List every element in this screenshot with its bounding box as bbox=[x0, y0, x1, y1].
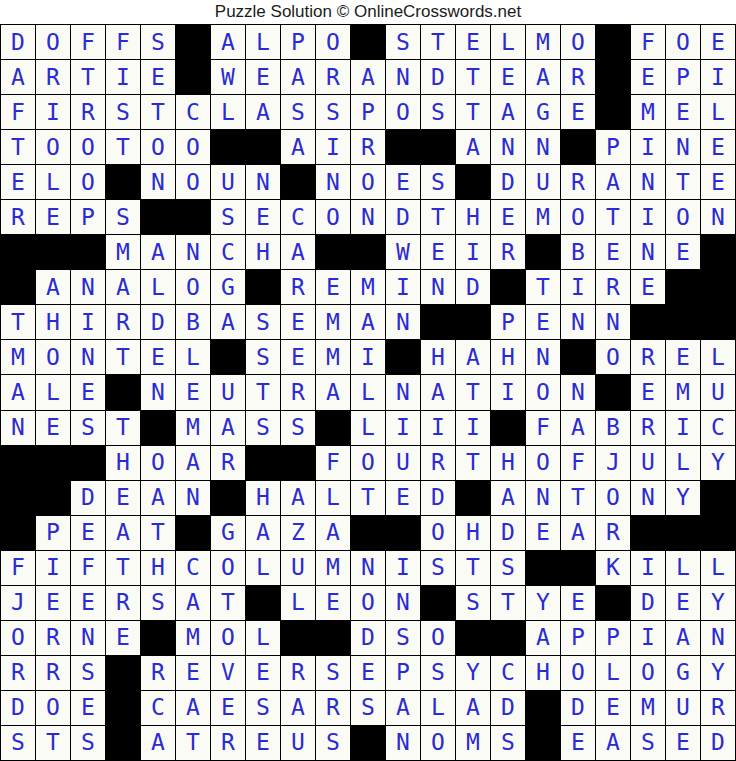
letter-cell-r2c2: R bbox=[36, 60, 70, 94]
letter-cell-r14c13: D bbox=[421, 481, 455, 515]
letter-cell-r10c6: L bbox=[176, 340, 210, 374]
black-cell-r7c10 bbox=[316, 235, 350, 269]
letter-cell-r15c7: G bbox=[211, 516, 245, 550]
letter-cell-r15c13: O bbox=[421, 516, 455, 550]
black-cell-r7c1 bbox=[1, 235, 35, 269]
letter-cell-r9c9: E bbox=[281, 305, 315, 339]
letter-cell-r16c2: I bbox=[36, 551, 70, 585]
black-cell-r18c14 bbox=[456, 621, 490, 655]
letter-cell-r1c12: S bbox=[386, 25, 420, 59]
letter-cell-r14c15: A bbox=[491, 481, 525, 515]
letter-cell-r10c20: E bbox=[666, 340, 700, 374]
letter-cell-r1c17: O bbox=[561, 25, 595, 59]
letter-cell-r21c5: A bbox=[141, 726, 175, 760]
black-cell-r13c1 bbox=[1, 446, 35, 480]
letter-cell-r15c18: R bbox=[596, 516, 630, 550]
black-cell-r19c4 bbox=[106, 656, 140, 690]
letter-cell-r12c8: S bbox=[246, 411, 280, 445]
letter-cell-r8c6: O bbox=[176, 270, 210, 304]
letter-cell-r15c3: E bbox=[71, 516, 105, 550]
letter-cell-r14c5: A bbox=[141, 481, 175, 515]
black-cell-r2c6 bbox=[176, 60, 210, 94]
black-cell-r3c18 bbox=[596, 95, 630, 129]
letter-cell-r13c11: O bbox=[351, 446, 385, 480]
letter-cell-r16c7: O bbox=[211, 551, 245, 585]
letter-cell-r11c9: R bbox=[281, 375, 315, 409]
letter-cell-r10c18: O bbox=[596, 340, 630, 374]
letter-cell-r11c15: I bbox=[491, 375, 525, 409]
letter-cell-r10c8: S bbox=[246, 340, 280, 374]
letter-cell-r18c18: P bbox=[596, 621, 630, 655]
page-title: Puzzle Solution © OnlineCrosswords.net bbox=[215, 2, 521, 22]
letter-cell-r14c8: H bbox=[246, 481, 280, 515]
letter-cell-r7c20: E bbox=[666, 235, 700, 269]
letter-cell-r20c6: A bbox=[176, 691, 210, 725]
letter-cell-r9c12: N bbox=[386, 305, 420, 339]
letter-cell-r16c11: N bbox=[351, 551, 385, 585]
letter-cell-r17c14: S bbox=[456, 586, 490, 620]
letter-cell-r6c20: O bbox=[666, 200, 700, 234]
letter-cell-r6c9: C bbox=[281, 200, 315, 234]
letter-cell-r9c8: S bbox=[246, 305, 280, 339]
letter-cell-r5c20: T bbox=[666, 165, 700, 199]
black-cell-r16c16 bbox=[526, 551, 560, 585]
letter-cell-r3c5: T bbox=[141, 95, 175, 129]
letter-cell-r19c3: S bbox=[71, 656, 105, 690]
letter-cell-r6c19: I bbox=[631, 200, 665, 234]
letter-cell-r5c13: S bbox=[421, 165, 455, 199]
black-cell-r9c19 bbox=[631, 305, 665, 339]
letter-cell-r11c10: A bbox=[316, 375, 350, 409]
letter-cell-r11c5: N bbox=[141, 375, 175, 409]
letter-cell-r18c7: O bbox=[211, 621, 245, 655]
letter-cell-r1c1: D bbox=[1, 25, 35, 59]
letter-cell-r4c5: O bbox=[141, 130, 175, 164]
black-cell-r9c21 bbox=[701, 305, 735, 339]
black-cell-r4c7 bbox=[211, 130, 245, 164]
letter-cell-r9c16: E bbox=[526, 305, 560, 339]
letter-cell-r18c12: S bbox=[386, 621, 420, 655]
letter-cell-r5c8: N bbox=[246, 165, 280, 199]
black-cell-r5c9 bbox=[281, 165, 315, 199]
letter-cell-r7c7: C bbox=[211, 235, 245, 269]
letter-cell-r5c18: A bbox=[596, 165, 630, 199]
letter-cell-r14c18: O bbox=[596, 481, 630, 515]
letter-cell-r8c2: A bbox=[36, 270, 70, 304]
black-cell-r20c16 bbox=[526, 691, 560, 725]
letter-cell-r10c13: H bbox=[421, 340, 455, 374]
letter-cell-r5c15: D bbox=[491, 165, 525, 199]
letter-cell-r10c16: N bbox=[526, 340, 560, 374]
letter-cell-r3c4: S bbox=[106, 95, 140, 129]
letter-cell-r8c3: N bbox=[71, 270, 105, 304]
letter-cell-r13c6: A bbox=[176, 446, 210, 480]
letter-cell-r12c1: N bbox=[1, 411, 35, 445]
letter-cell-r5c11: O bbox=[351, 165, 385, 199]
letter-cell-r4c11: R bbox=[351, 130, 385, 164]
letter-cell-r19c9: R bbox=[281, 656, 315, 690]
letter-cell-r12c12: I bbox=[386, 411, 420, 445]
letter-cell-r2c9: A bbox=[281, 60, 315, 94]
letter-cell-r16c6: C bbox=[176, 551, 210, 585]
letter-cell-r8c19: E bbox=[631, 270, 665, 304]
letter-cell-r12c2: E bbox=[36, 411, 70, 445]
letter-cell-r14c17: T bbox=[561, 481, 595, 515]
letter-cell-r14c4: E bbox=[106, 481, 140, 515]
letter-cell-r12c13: I bbox=[421, 411, 455, 445]
black-cell-r4c17 bbox=[561, 130, 595, 164]
letter-cell-r5c5: N bbox=[141, 165, 175, 199]
letter-cell-r2c8: E bbox=[246, 60, 280, 94]
letter-cell-r18c4: E bbox=[106, 621, 140, 655]
letter-cell-r11c3: E bbox=[71, 375, 105, 409]
letter-cell-r17c11: O bbox=[351, 586, 385, 620]
black-cell-r15c1 bbox=[1, 516, 35, 550]
letter-cell-r3c9: S bbox=[281, 95, 315, 129]
letter-cell-r4c20: N bbox=[666, 130, 700, 164]
letter-cell-r18c16: A bbox=[526, 621, 560, 655]
letter-cell-r5c16: U bbox=[526, 165, 560, 199]
letter-cell-r21c21: D bbox=[701, 726, 735, 760]
letter-cell-r16c10: M bbox=[316, 551, 350, 585]
letter-cell-r4c21: E bbox=[701, 130, 735, 164]
black-cell-r2c18 bbox=[596, 60, 630, 94]
black-cell-r13c2 bbox=[36, 446, 70, 480]
letter-cell-r6c10: O bbox=[316, 200, 350, 234]
letter-cell-r7c5: A bbox=[141, 235, 175, 269]
letter-cell-r20c1: D bbox=[1, 691, 35, 725]
letter-cell-r2c11: A bbox=[351, 60, 385, 94]
letter-cell-r8c9: R bbox=[281, 270, 315, 304]
letter-cell-r16c9: U bbox=[281, 551, 315, 585]
letter-cell-r3c2: I bbox=[36, 95, 70, 129]
black-cell-r21c16 bbox=[526, 726, 560, 760]
letter-cell-r6c18: T bbox=[596, 200, 630, 234]
black-cell-r18c9 bbox=[281, 621, 315, 655]
black-cell-r17c18 bbox=[596, 586, 630, 620]
black-cell-r20c4 bbox=[106, 691, 140, 725]
letter-cell-r21c3: S bbox=[71, 726, 105, 760]
letter-cell-r15c17: A bbox=[561, 516, 595, 550]
letter-cell-r5c7: U bbox=[211, 165, 245, 199]
letter-cell-r16c15: S bbox=[491, 551, 525, 585]
letter-cell-r21c12: N bbox=[386, 726, 420, 760]
black-cell-r11c18 bbox=[596, 375, 630, 409]
letter-cell-r4c3: O bbox=[71, 130, 105, 164]
letter-cell-r12c7: A bbox=[211, 411, 245, 445]
letter-cell-r19c12: P bbox=[386, 656, 420, 690]
letter-cell-r11c12: N bbox=[386, 375, 420, 409]
letter-cell-r1c16: M bbox=[526, 25, 560, 59]
letter-cell-r21c6: T bbox=[176, 726, 210, 760]
letter-cell-r11c14: T bbox=[456, 375, 490, 409]
letter-cell-r13c21: Y bbox=[701, 446, 735, 480]
letter-cell-r17c5: S bbox=[141, 586, 175, 620]
letter-cell-r4c4: T bbox=[106, 130, 140, 164]
letter-cell-r1c4: F bbox=[106, 25, 140, 59]
letter-cell-r1c20: O bbox=[666, 25, 700, 59]
letter-cell-r6c8: E bbox=[246, 200, 280, 234]
letter-cell-r15c4: A bbox=[106, 516, 140, 550]
black-cell-r14c21 bbox=[701, 481, 735, 515]
letter-cell-r21c19: S bbox=[631, 726, 665, 760]
letter-cell-r13c16: O bbox=[526, 446, 560, 480]
letter-cell-r20c13: L bbox=[421, 691, 455, 725]
letter-cell-r7c13: E bbox=[421, 235, 455, 269]
black-cell-r7c21 bbox=[701, 235, 735, 269]
letter-cell-r1c13: T bbox=[421, 25, 455, 59]
letter-cell-r17c12: N bbox=[386, 586, 420, 620]
black-cell-r9c13 bbox=[421, 305, 455, 339]
black-cell-r15c20 bbox=[666, 516, 700, 550]
letter-cell-r16c21: L bbox=[701, 551, 735, 585]
letter-cell-r16c4: T bbox=[106, 551, 140, 585]
letter-cell-r17c17: E bbox=[561, 586, 595, 620]
letter-cell-r9c4: R bbox=[106, 305, 140, 339]
letter-cell-r2c4: I bbox=[106, 60, 140, 94]
letter-cell-r21c18: A bbox=[596, 726, 630, 760]
letter-cell-r12c17: A bbox=[561, 411, 595, 445]
letter-cell-r7c6: N bbox=[176, 235, 210, 269]
letter-cell-r4c2: O bbox=[36, 130, 70, 164]
letter-cell-r8c4: A bbox=[106, 270, 140, 304]
letter-cell-r19c10: S bbox=[316, 656, 350, 690]
black-cell-r11c4 bbox=[106, 375, 140, 409]
letter-cell-r18c3: N bbox=[71, 621, 105, 655]
letter-cell-r8c5: L bbox=[141, 270, 175, 304]
letter-cell-r18c19: I bbox=[631, 621, 665, 655]
black-cell-r15c21 bbox=[701, 516, 735, 550]
letter-cell-r12c4: T bbox=[106, 411, 140, 445]
black-cell-r6c5 bbox=[141, 200, 175, 234]
black-cell-r7c3 bbox=[71, 235, 105, 269]
letter-cell-r19c20: G bbox=[666, 656, 700, 690]
letter-cell-r4c14: A bbox=[456, 130, 490, 164]
letter-cell-r12c3: S bbox=[71, 411, 105, 445]
letter-cell-r13c12: U bbox=[386, 446, 420, 480]
title-bar: Puzzle Solution © OnlineCrosswords.net bbox=[0, 0, 736, 24]
letter-cell-r20c11: S bbox=[351, 691, 385, 725]
letter-cell-r6c13: T bbox=[421, 200, 455, 234]
letter-cell-r7c15: R bbox=[491, 235, 525, 269]
letter-cell-r9c10: M bbox=[316, 305, 350, 339]
letter-cell-r11c19: E bbox=[631, 375, 665, 409]
letter-cell-r6c14: H bbox=[456, 200, 490, 234]
black-cell-r21c4 bbox=[106, 726, 140, 760]
letter-cell-r17c15: T bbox=[491, 586, 525, 620]
letter-cell-r9c2: H bbox=[36, 305, 70, 339]
letter-cell-r21c13: O bbox=[421, 726, 455, 760]
black-cell-r16c17 bbox=[561, 551, 595, 585]
letter-cell-r19c15: C bbox=[491, 656, 525, 690]
letter-cell-r13c20: L bbox=[666, 446, 700, 480]
letter-cell-r11c11: L bbox=[351, 375, 385, 409]
letter-cell-r14c20: Y bbox=[666, 481, 700, 515]
letter-cell-r5c1: E bbox=[1, 165, 35, 199]
black-cell-r1c6 bbox=[176, 25, 210, 59]
letter-cell-r17c20: E bbox=[666, 586, 700, 620]
letter-cell-r20c9: A bbox=[281, 691, 315, 725]
letter-cell-r12c18: B bbox=[596, 411, 630, 445]
letter-cell-r20c12: A bbox=[386, 691, 420, 725]
letter-cell-r20c8: S bbox=[246, 691, 280, 725]
letter-cell-r19c8: E bbox=[246, 656, 280, 690]
black-cell-r9c14 bbox=[456, 305, 490, 339]
letter-cell-r1c3: F bbox=[71, 25, 105, 59]
letter-cell-r10c1: M bbox=[1, 340, 35, 374]
letter-cell-r11c16: O bbox=[526, 375, 560, 409]
letter-cell-r21c17: E bbox=[561, 726, 595, 760]
letter-cell-r19c6: E bbox=[176, 656, 210, 690]
letter-cell-r4c9: A bbox=[281, 130, 315, 164]
crossword-grid: DOFFSALPOSTELMOFOEARTIEWEARANDTEAREPIFIR… bbox=[0, 24, 736, 761]
letter-cell-r6c1: R bbox=[1, 200, 35, 234]
letter-cell-r3c7: L bbox=[211, 95, 245, 129]
letter-cell-r20c15: D bbox=[491, 691, 525, 725]
black-cell-r18c5 bbox=[141, 621, 175, 655]
letter-cell-r14c11: T bbox=[351, 481, 385, 515]
letter-cell-r2c17: R bbox=[561, 60, 595, 94]
letter-cell-r13c13: R bbox=[421, 446, 455, 480]
letter-cell-r14c10: L bbox=[316, 481, 350, 515]
letter-cell-r2c21: I bbox=[701, 60, 735, 94]
letter-cell-r4c6: O bbox=[176, 130, 210, 164]
letter-cell-r8c10: E bbox=[316, 270, 350, 304]
letter-cell-r17c7: T bbox=[211, 586, 245, 620]
letter-cell-r11c7: U bbox=[211, 375, 245, 409]
letter-cell-r12c16: F bbox=[526, 411, 560, 445]
black-cell-r12c10 bbox=[316, 411, 350, 445]
letter-cell-r13c19: U bbox=[631, 446, 665, 480]
letter-cell-r1c9: P bbox=[281, 25, 315, 59]
letter-cell-r3c11: P bbox=[351, 95, 385, 129]
letter-cell-r6c16: M bbox=[526, 200, 560, 234]
black-cell-r14c2 bbox=[36, 481, 70, 515]
letter-cell-r14c6: N bbox=[176, 481, 210, 515]
letter-cell-r3c20: E bbox=[666, 95, 700, 129]
black-cell-r14c1 bbox=[1, 481, 35, 515]
letter-cell-r13c10: F bbox=[316, 446, 350, 480]
letter-cell-r2c19: E bbox=[631, 60, 665, 94]
letter-cell-r19c13: S bbox=[421, 656, 455, 690]
black-cell-r12c15 bbox=[491, 411, 525, 445]
letter-cell-r17c4: R bbox=[106, 586, 140, 620]
letter-cell-r21c20: E bbox=[666, 726, 700, 760]
letter-cell-r20c7: E bbox=[211, 691, 245, 725]
letter-cell-r18c2: R bbox=[36, 621, 70, 655]
black-cell-r10c17 bbox=[561, 340, 595, 374]
black-cell-r12c5 bbox=[141, 411, 175, 445]
letter-cell-r11c21: U bbox=[701, 375, 735, 409]
letter-cell-r19c11: E bbox=[351, 656, 385, 690]
letter-cell-r2c10: R bbox=[316, 60, 350, 94]
letter-cell-r8c14: D bbox=[456, 270, 490, 304]
black-cell-r18c15 bbox=[491, 621, 525, 655]
black-cell-r14c7 bbox=[211, 481, 245, 515]
letter-cell-r9c1: T bbox=[1, 305, 35, 339]
letter-cell-r12c19: R bbox=[631, 411, 665, 445]
letter-cell-r15c9: Z bbox=[281, 516, 315, 550]
letter-cell-r21c9: U bbox=[281, 726, 315, 760]
letter-cell-r1c14: E bbox=[456, 25, 490, 59]
letter-cell-r21c10: S bbox=[316, 726, 350, 760]
letter-cell-r10c21: L bbox=[701, 340, 735, 374]
letter-cell-r2c15: E bbox=[491, 60, 525, 94]
letter-cell-r5c2: L bbox=[36, 165, 70, 199]
letter-cell-r14c3: D bbox=[71, 481, 105, 515]
letter-cell-r13c14: T bbox=[456, 446, 490, 480]
letter-cell-r7c19: N bbox=[631, 235, 665, 269]
letter-cell-r16c14: T bbox=[456, 551, 490, 585]
black-cell-r17c13 bbox=[421, 586, 455, 620]
letter-cell-r19c1: R bbox=[1, 656, 35, 690]
letter-cell-r7c14: I bbox=[456, 235, 490, 269]
letter-cell-r11c8: T bbox=[246, 375, 280, 409]
letter-cell-r5c6: O bbox=[176, 165, 210, 199]
letter-cell-r6c12: D bbox=[386, 200, 420, 234]
black-cell-r8c1 bbox=[1, 270, 35, 304]
letter-cell-r15c10: A bbox=[316, 516, 350, 550]
letter-cell-r1c7: A bbox=[211, 25, 245, 59]
letter-cell-r5c21: E bbox=[701, 165, 735, 199]
letter-cell-r3c17: E bbox=[561, 95, 595, 129]
letter-cell-r5c12: E bbox=[386, 165, 420, 199]
letter-cell-r17c19: D bbox=[631, 586, 665, 620]
black-cell-r15c12 bbox=[386, 516, 420, 550]
letter-cell-r16c12: I bbox=[386, 551, 420, 585]
letter-cell-r2c14: T bbox=[456, 60, 490, 94]
letter-cell-r18c8: L bbox=[246, 621, 280, 655]
letter-cell-r20c3: E bbox=[71, 691, 105, 725]
black-cell-r13c3 bbox=[71, 446, 105, 480]
letter-cell-r17c16: Y bbox=[526, 586, 560, 620]
letter-cell-r17c3: E bbox=[71, 586, 105, 620]
letter-cell-r19c19: O bbox=[631, 656, 665, 690]
letter-cell-r1c21: E bbox=[701, 25, 735, 59]
letter-cell-r7c9: A bbox=[281, 235, 315, 269]
letter-cell-r13c15: H bbox=[491, 446, 525, 480]
letter-cell-r6c3: P bbox=[71, 200, 105, 234]
letter-cell-r12c11: L bbox=[351, 411, 385, 445]
letter-cell-r3c14: T bbox=[456, 95, 490, 129]
letter-cell-r21c14: M bbox=[456, 726, 490, 760]
letter-cell-r7c12: W bbox=[386, 235, 420, 269]
black-cell-r4c12 bbox=[386, 130, 420, 164]
black-cell-r10c7 bbox=[211, 340, 245, 374]
letter-cell-r10c19: R bbox=[631, 340, 665, 374]
letter-cell-r10c15: H bbox=[491, 340, 525, 374]
letter-cell-r20c17: D bbox=[561, 691, 595, 725]
letter-cell-r14c16: N bbox=[526, 481, 560, 515]
letter-cell-r1c19: F bbox=[631, 25, 665, 59]
black-cell-r7c11 bbox=[351, 235, 385, 269]
letter-cell-r20c2: O bbox=[36, 691, 70, 725]
black-cell-r1c18 bbox=[596, 25, 630, 59]
letter-cell-r16c20: L bbox=[666, 551, 700, 585]
letter-cell-r3c10: S bbox=[316, 95, 350, 129]
black-cell-r8c15 bbox=[491, 270, 525, 304]
letter-cell-r11c1: A bbox=[1, 375, 35, 409]
black-cell-r1c11 bbox=[351, 25, 385, 59]
letter-cell-r10c10: M bbox=[316, 340, 350, 374]
letter-cell-r9c7: A bbox=[211, 305, 245, 339]
letter-cell-r16c1: F bbox=[1, 551, 35, 585]
letter-cell-r13c18: J bbox=[596, 446, 630, 480]
black-cell-r9c20 bbox=[666, 305, 700, 339]
letter-cell-r8c12: I bbox=[386, 270, 420, 304]
letter-cell-r4c10: I bbox=[316, 130, 350, 164]
letter-cell-r3c21: L bbox=[701, 95, 735, 129]
